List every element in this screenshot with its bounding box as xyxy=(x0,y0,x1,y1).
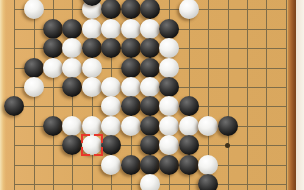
white-stone xyxy=(140,77,160,97)
white-stone xyxy=(101,155,121,175)
white-stone xyxy=(43,58,63,78)
white-stone xyxy=(101,19,121,39)
black-stone xyxy=(159,19,179,39)
white-stone xyxy=(159,116,179,136)
black-stone xyxy=(82,38,102,58)
white-stone xyxy=(179,0,199,19)
white-stone xyxy=(121,77,141,97)
black-stone xyxy=(140,38,160,58)
black-stone xyxy=(62,19,82,39)
black-stone xyxy=(121,38,141,58)
black-stone xyxy=(121,155,141,175)
star-point xyxy=(225,143,230,148)
marker-corner xyxy=(94,147,103,156)
white-stone xyxy=(121,116,141,136)
white-stone xyxy=(82,58,102,78)
white-stone xyxy=(82,77,102,97)
white-stone xyxy=(101,77,121,97)
black-stone xyxy=(121,96,141,116)
black-stone xyxy=(62,77,82,97)
white-stone xyxy=(82,19,102,39)
black-stone xyxy=(101,38,121,58)
black-stone xyxy=(43,19,63,39)
white-stone xyxy=(198,116,218,136)
white-stone xyxy=(198,155,218,175)
black-stone xyxy=(4,96,24,116)
white-stone xyxy=(159,38,179,58)
black-stone xyxy=(43,116,63,136)
black-stone xyxy=(101,135,121,155)
black-stone xyxy=(140,96,160,116)
background-strip xyxy=(296,0,304,190)
white-stone xyxy=(159,58,179,78)
black-stone xyxy=(140,155,160,175)
black-stone xyxy=(101,0,121,19)
white-stone xyxy=(159,96,179,116)
black-stone xyxy=(140,116,160,136)
marker-corner xyxy=(94,134,103,143)
white-stone xyxy=(159,135,179,155)
white-stone xyxy=(24,77,44,97)
black-stone xyxy=(159,155,179,175)
white-stone xyxy=(62,38,82,58)
white-stone xyxy=(140,19,160,39)
marker-corner xyxy=(81,147,90,156)
last-move-marker xyxy=(81,134,103,156)
marker-corner xyxy=(81,134,90,143)
white-stone xyxy=(24,0,44,19)
white-stone xyxy=(121,19,141,39)
gomoku-board-screenshot xyxy=(0,0,304,190)
white-stone xyxy=(101,116,121,136)
board-grid[interactable] xyxy=(0,0,288,190)
black-stone xyxy=(179,135,199,155)
black-stone xyxy=(198,174,218,190)
black-stone xyxy=(24,58,44,78)
white-stone xyxy=(140,174,160,190)
black-stone xyxy=(159,77,179,97)
white-stone xyxy=(62,116,82,136)
black-stone xyxy=(218,116,238,136)
black-stone xyxy=(140,0,160,19)
white-stone xyxy=(82,116,102,136)
black-stone xyxy=(140,135,160,155)
black-stone xyxy=(179,155,199,175)
white-stone xyxy=(179,116,199,136)
black-stone xyxy=(179,96,199,116)
white-stone xyxy=(101,96,121,116)
black-stone xyxy=(43,38,63,58)
black-stone xyxy=(62,135,82,155)
black-stone xyxy=(140,58,160,78)
white-stone xyxy=(62,58,82,78)
black-stone xyxy=(121,58,141,78)
board-right-frame xyxy=(288,0,296,190)
black-stone xyxy=(121,0,141,19)
